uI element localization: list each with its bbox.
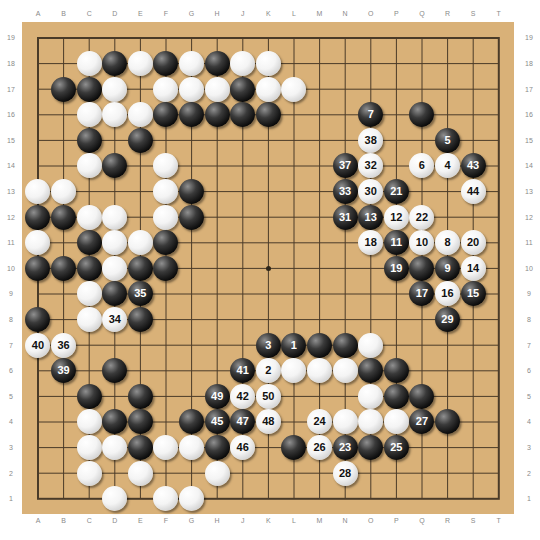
board-cell[interactable] <box>460 460 486 486</box>
board-cell[interactable] <box>358 358 384 384</box>
board-cell[interactable] <box>51 128 77 154</box>
board-cell[interactable] <box>76 25 102 51</box>
board-cell[interactable] <box>76 179 102 205</box>
board-cell[interactable] <box>51 179 77 205</box>
board-cell[interactable] <box>358 51 384 77</box>
board-cell[interactable] <box>486 332 512 358</box>
board-cell[interactable] <box>384 102 410 128</box>
board-cell[interactable] <box>460 204 486 230</box>
board-cell[interactable] <box>153 281 179 307</box>
board-cell[interactable] <box>102 204 128 230</box>
board-cell[interactable] <box>435 25 461 51</box>
board-cell[interactable] <box>102 76 128 102</box>
board-cell[interactable] <box>486 307 512 333</box>
board-cell[interactable] <box>486 204 512 230</box>
board-cell[interactable]: 30 <box>358 179 384 205</box>
board-cell[interactable] <box>51 409 77 435</box>
board-cell[interactable]: 45 <box>204 409 230 435</box>
board-cell[interactable] <box>76 409 102 435</box>
board-cell[interactable] <box>384 384 410 410</box>
board-cell[interactable] <box>128 307 154 333</box>
board-cell[interactable] <box>179 76 205 102</box>
board-cell[interactable] <box>486 76 512 102</box>
board-cell[interactable] <box>358 281 384 307</box>
board-cell[interactable] <box>486 281 512 307</box>
board-cell[interactable] <box>409 102 435 128</box>
board-cell[interactable] <box>128 256 154 282</box>
board-cell[interactable] <box>51 307 77 333</box>
board-cell[interactable] <box>51 76 77 102</box>
board-cell[interactable] <box>230 307 256 333</box>
board-cell[interactable] <box>486 409 512 435</box>
board-cell[interactable] <box>102 256 128 282</box>
board-cell[interactable] <box>256 179 282 205</box>
board-cell[interactable] <box>256 102 282 128</box>
board-cell[interactable] <box>460 307 486 333</box>
board-cell[interactable] <box>460 435 486 461</box>
board-cell[interactable] <box>76 281 102 307</box>
board-cell[interactable] <box>332 25 358 51</box>
board-cell[interactable] <box>256 435 282 461</box>
board-cell[interactable] <box>281 256 307 282</box>
board-cell[interactable] <box>332 281 358 307</box>
board-cell[interactable]: 36 <box>51 332 77 358</box>
board-cell[interactable] <box>256 486 282 512</box>
board-cell[interactable] <box>204 332 230 358</box>
board-cell[interactable] <box>256 281 282 307</box>
board-cell[interactable] <box>281 128 307 154</box>
board-cell[interactable] <box>230 230 256 256</box>
board-cell[interactable]: 32 <box>358 153 384 179</box>
board-cell[interactable] <box>76 332 102 358</box>
board-cell[interactable] <box>153 435 179 461</box>
board-cell[interactable] <box>384 409 410 435</box>
board-cell[interactable] <box>102 486 128 512</box>
board-cell[interactable] <box>179 25 205 51</box>
board-cell[interactable] <box>204 76 230 102</box>
board-cell[interactable] <box>128 486 154 512</box>
board-cell[interactable]: 6 <box>409 153 435 179</box>
board-cell[interactable] <box>179 281 205 307</box>
board-cell[interactable] <box>460 409 486 435</box>
board-cell[interactable] <box>358 256 384 282</box>
board-cell[interactable] <box>51 25 77 51</box>
board-cell[interactable] <box>486 435 512 461</box>
board-cell[interactable] <box>204 307 230 333</box>
board-cell[interactable] <box>102 128 128 154</box>
board-cell[interactable] <box>179 256 205 282</box>
board-cell[interactable]: 25 <box>384 435 410 461</box>
board-cell[interactable] <box>384 128 410 154</box>
board-cell[interactable] <box>358 25 384 51</box>
board-cell[interactable]: 8 <box>435 230 461 256</box>
board-cell[interactable] <box>179 409 205 435</box>
board-cell[interactable] <box>409 460 435 486</box>
board-cell[interactable] <box>307 384 333 410</box>
board-cell[interactable]: 49 <box>204 384 230 410</box>
board-cell[interactable] <box>153 332 179 358</box>
board-cell[interactable] <box>230 179 256 205</box>
board-cell[interactable] <box>281 230 307 256</box>
board-cell[interactable]: 22 <box>409 204 435 230</box>
board-cell[interactable] <box>153 384 179 410</box>
board-cell[interactable]: 39 <box>51 358 77 384</box>
board-cell[interactable] <box>256 25 282 51</box>
board-cell[interactable]: 24 <box>307 409 333 435</box>
board-cell[interactable] <box>204 435 230 461</box>
board-cell[interactable]: 13 <box>358 204 384 230</box>
board-cell[interactable]: 26 <box>307 435 333 461</box>
board-cell[interactable] <box>51 153 77 179</box>
board-cell[interactable] <box>307 486 333 512</box>
board-cell[interactable]: 28 <box>332 460 358 486</box>
board-cell[interactable] <box>409 307 435 333</box>
board-cell[interactable] <box>230 102 256 128</box>
board-cell[interactable] <box>153 230 179 256</box>
board-cell[interactable] <box>25 435 51 461</box>
board-cell[interactable] <box>102 281 128 307</box>
board-cell[interactable] <box>460 332 486 358</box>
board-cell[interactable]: 9 <box>435 256 461 282</box>
board-cell[interactable]: 3 <box>256 332 282 358</box>
board-cell[interactable] <box>384 307 410 333</box>
board-cell[interactable] <box>51 230 77 256</box>
board-cell[interactable]: 44 <box>460 179 486 205</box>
board-cell[interactable] <box>204 179 230 205</box>
board-cell[interactable] <box>307 128 333 154</box>
board-cell[interactable]: 41 <box>230 358 256 384</box>
board-cell[interactable] <box>128 460 154 486</box>
board-cell[interactable] <box>486 153 512 179</box>
board-cell[interactable] <box>128 204 154 230</box>
board-cell[interactable] <box>179 51 205 77</box>
board-cell[interactable] <box>230 486 256 512</box>
board-cell[interactable] <box>332 307 358 333</box>
board-cell[interactable] <box>51 51 77 77</box>
board-cell[interactable] <box>179 179 205 205</box>
board-cell[interactable] <box>25 102 51 128</box>
board-cell[interactable]: 21 <box>384 179 410 205</box>
board-cell[interactable] <box>25 230 51 256</box>
board-cell[interactable] <box>332 409 358 435</box>
board-cell[interactable] <box>204 25 230 51</box>
board-cell[interactable] <box>102 179 128 205</box>
board-cell[interactable] <box>435 179 461 205</box>
board-cell[interactable] <box>230 256 256 282</box>
board-cell[interactable] <box>332 128 358 154</box>
board-cell[interactable] <box>25 179 51 205</box>
board-cell[interactable] <box>76 230 102 256</box>
board-cell[interactable] <box>51 384 77 410</box>
board-cell[interactable] <box>486 51 512 77</box>
board-cell[interactable] <box>358 435 384 461</box>
board-cell[interactable] <box>25 76 51 102</box>
board-cell[interactable] <box>486 102 512 128</box>
board-cell[interactable] <box>384 460 410 486</box>
board-cell[interactable] <box>51 435 77 461</box>
board-cell[interactable] <box>307 358 333 384</box>
board-cell[interactable] <box>281 204 307 230</box>
board-cell[interactable] <box>307 281 333 307</box>
board-cell[interactable] <box>51 281 77 307</box>
board-cell[interactable] <box>486 486 512 512</box>
board-cell[interactable] <box>204 256 230 282</box>
board-cell[interactable] <box>332 332 358 358</box>
board-cell[interactable] <box>435 332 461 358</box>
board-cell[interactable] <box>25 486 51 512</box>
board-cell[interactable] <box>332 76 358 102</box>
board-cell[interactable] <box>25 358 51 384</box>
board-cell[interactable] <box>435 76 461 102</box>
board-cell[interactable] <box>307 230 333 256</box>
board-cell[interactable] <box>256 204 282 230</box>
board-cell[interactable] <box>179 460 205 486</box>
board-cell[interactable] <box>25 460 51 486</box>
board-cell[interactable] <box>25 256 51 282</box>
board-cell[interactable] <box>409 358 435 384</box>
board-cell[interactable] <box>281 460 307 486</box>
board-cell[interactable] <box>281 179 307 205</box>
board-cell[interactable] <box>76 460 102 486</box>
board-cell[interactable]: 33 <box>332 179 358 205</box>
board-cell[interactable] <box>51 102 77 128</box>
board-cell[interactable] <box>102 153 128 179</box>
board-cell[interactable] <box>281 384 307 410</box>
board-cell[interactable] <box>25 204 51 230</box>
board-cell[interactable] <box>153 204 179 230</box>
board-cell[interactable]: 10 <box>409 230 435 256</box>
board-cell[interactable] <box>460 358 486 384</box>
board-cell[interactable] <box>409 332 435 358</box>
board-cell[interactable]: 43 <box>460 153 486 179</box>
board-cell[interactable] <box>409 435 435 461</box>
board-cell[interactable] <box>128 435 154 461</box>
board-cell[interactable]: 23 <box>332 435 358 461</box>
board-cell[interactable] <box>153 128 179 154</box>
board-cell[interactable] <box>281 25 307 51</box>
board-cell[interactable] <box>358 307 384 333</box>
board-cell[interactable] <box>384 281 410 307</box>
board-cell[interactable] <box>435 384 461 410</box>
board-cell[interactable] <box>358 76 384 102</box>
board-cell[interactable] <box>179 153 205 179</box>
board-cell[interactable]: 42 <box>230 384 256 410</box>
board-cell[interactable] <box>358 460 384 486</box>
board-cell[interactable] <box>25 409 51 435</box>
board-cell[interactable] <box>384 76 410 102</box>
board-cell[interactable] <box>435 409 461 435</box>
board-cell[interactable] <box>460 51 486 77</box>
board-cell[interactable] <box>179 128 205 154</box>
board-cell[interactable] <box>230 204 256 230</box>
board-cell[interactable] <box>435 102 461 128</box>
board-cell[interactable] <box>102 230 128 256</box>
board-cell[interactable] <box>76 128 102 154</box>
board-cell[interactable] <box>435 358 461 384</box>
board-cell[interactable] <box>384 332 410 358</box>
board-cell[interactable] <box>332 230 358 256</box>
board-cell[interactable] <box>486 128 512 154</box>
board-cell[interactable] <box>128 384 154 410</box>
board-cell[interactable] <box>256 307 282 333</box>
board-cell[interactable] <box>332 51 358 77</box>
board-cell[interactable] <box>230 25 256 51</box>
board-cell[interactable] <box>76 51 102 77</box>
board-cell[interactable]: 4 <box>435 153 461 179</box>
board-cell[interactable] <box>409 179 435 205</box>
board-cell[interactable] <box>204 128 230 154</box>
board-cell[interactable] <box>204 281 230 307</box>
board-cell[interactable] <box>153 486 179 512</box>
board-cell[interactable] <box>332 486 358 512</box>
board-cell[interactable]: 5 <box>435 128 461 154</box>
board-cell[interactable]: 15 <box>460 281 486 307</box>
board-cell[interactable] <box>153 76 179 102</box>
board-cell[interactable] <box>230 128 256 154</box>
board-cell[interactable] <box>358 384 384 410</box>
board-cell[interactable] <box>486 230 512 256</box>
board-cell[interactable] <box>230 153 256 179</box>
board-cell[interactable] <box>256 153 282 179</box>
board-cell[interactable] <box>128 358 154 384</box>
board-cell[interactable] <box>256 256 282 282</box>
board-cell[interactable] <box>307 307 333 333</box>
board-cell[interactable] <box>435 460 461 486</box>
board-cell[interactable] <box>307 51 333 77</box>
board-cell[interactable] <box>281 153 307 179</box>
board-cell[interactable] <box>153 409 179 435</box>
board-cell[interactable] <box>179 230 205 256</box>
board-cell[interactable]: 31 <box>332 204 358 230</box>
board-cell[interactable] <box>76 102 102 128</box>
board-cell[interactable] <box>76 307 102 333</box>
board-cell[interactable] <box>102 102 128 128</box>
board-cell[interactable] <box>102 435 128 461</box>
board-cell[interactable] <box>179 486 205 512</box>
board-cell[interactable] <box>76 256 102 282</box>
board-cell[interactable] <box>76 486 102 512</box>
board-cell[interactable] <box>179 307 205 333</box>
board-cell[interactable]: 35 <box>128 281 154 307</box>
board-cell[interactable] <box>128 409 154 435</box>
board-cell[interactable] <box>153 153 179 179</box>
board-cell[interactable] <box>102 51 128 77</box>
board-cell[interactable] <box>153 460 179 486</box>
board-cell[interactable] <box>128 332 154 358</box>
board-cell[interactable]: 11 <box>384 230 410 256</box>
board-cell[interactable]: 29 <box>435 307 461 333</box>
board-cell[interactable] <box>51 460 77 486</box>
board-cell[interactable] <box>76 76 102 102</box>
board-cell[interactable] <box>435 204 461 230</box>
board-cell[interactable] <box>153 25 179 51</box>
board-cell[interactable] <box>384 51 410 77</box>
board-cell[interactable] <box>204 102 230 128</box>
board-cell[interactable] <box>76 435 102 461</box>
board-cell[interactable] <box>409 384 435 410</box>
board-cell[interactable] <box>409 256 435 282</box>
board-cell[interactable] <box>76 358 102 384</box>
board-cell[interactable] <box>307 460 333 486</box>
board-cell[interactable] <box>307 332 333 358</box>
board-cell[interactable] <box>486 460 512 486</box>
board-cell[interactable] <box>153 358 179 384</box>
board-cell[interactable]: 27 <box>409 409 435 435</box>
board-cell[interactable] <box>307 204 333 230</box>
board-cell[interactable]: 20 <box>460 230 486 256</box>
board-cell[interactable] <box>281 486 307 512</box>
board-cell[interactable] <box>179 204 205 230</box>
board-cell[interactable] <box>307 179 333 205</box>
board-cell[interactable] <box>307 102 333 128</box>
board-cell[interactable] <box>230 460 256 486</box>
board-cell[interactable] <box>128 230 154 256</box>
board-cell[interactable] <box>25 25 51 51</box>
board-cell[interactable] <box>409 76 435 102</box>
board-cell[interactable] <box>256 51 282 77</box>
board-cell[interactable] <box>460 102 486 128</box>
board-cell[interactable] <box>281 102 307 128</box>
board-cell[interactable] <box>460 76 486 102</box>
board-cell[interactable] <box>204 204 230 230</box>
board-cell[interactable] <box>179 435 205 461</box>
board-cell[interactable] <box>256 230 282 256</box>
board-cell[interactable] <box>307 256 333 282</box>
board-cell[interactable] <box>230 332 256 358</box>
board-cell[interactable] <box>307 76 333 102</box>
board-cell[interactable] <box>358 409 384 435</box>
board-cell[interactable] <box>128 51 154 77</box>
board-cell[interactable] <box>204 460 230 486</box>
board-cell[interactable] <box>281 51 307 77</box>
board-cell[interactable] <box>486 179 512 205</box>
board-cell[interactable] <box>204 153 230 179</box>
board-cell[interactable]: 18 <box>358 230 384 256</box>
board-cell[interactable] <box>358 332 384 358</box>
board-cell[interactable] <box>281 409 307 435</box>
board-cell[interactable] <box>332 102 358 128</box>
board-cell[interactable] <box>76 204 102 230</box>
board-cell[interactable] <box>256 128 282 154</box>
board-cell[interactable]: 7 <box>358 102 384 128</box>
board-cell[interactable] <box>102 25 128 51</box>
board-cell[interactable] <box>384 486 410 512</box>
board-cell[interactable] <box>128 25 154 51</box>
board-cell[interactable] <box>128 179 154 205</box>
board-cell[interactable] <box>486 384 512 410</box>
board-cell[interactable] <box>486 256 512 282</box>
board-cell[interactable] <box>256 460 282 486</box>
board-cell[interactable]: 16 <box>435 281 461 307</box>
board-cell[interactable]: 37 <box>332 153 358 179</box>
board-cell[interactable] <box>460 25 486 51</box>
board-cell[interactable] <box>51 204 77 230</box>
board-cell[interactable] <box>25 128 51 154</box>
board-cell[interactable]: 17 <box>409 281 435 307</box>
board-cell[interactable] <box>460 128 486 154</box>
board-cell[interactable] <box>179 332 205 358</box>
board-cell[interactable] <box>204 486 230 512</box>
board-cell[interactable] <box>76 153 102 179</box>
board-cell[interactable] <box>384 25 410 51</box>
board-cell[interactable] <box>153 102 179 128</box>
board-cell[interactable] <box>128 153 154 179</box>
board-cell[interactable] <box>204 358 230 384</box>
board-cell[interactable] <box>281 281 307 307</box>
board-cell[interactable] <box>128 102 154 128</box>
board-cell[interactable] <box>460 486 486 512</box>
board-cell[interactable]: 19 <box>384 256 410 282</box>
